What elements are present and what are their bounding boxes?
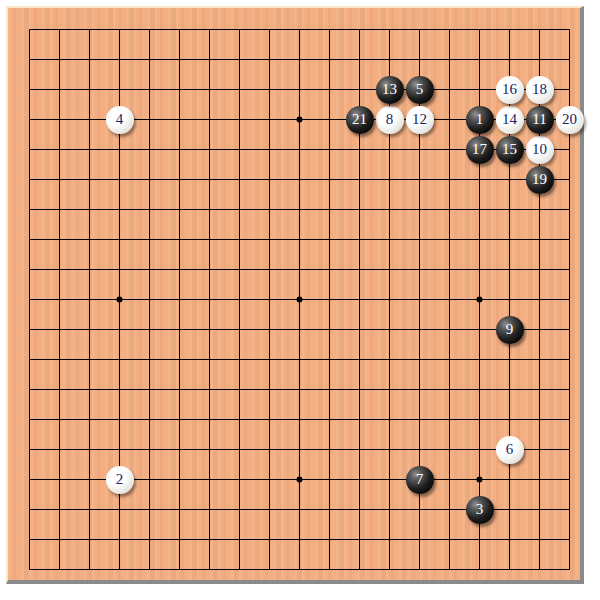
move-number: 21 xyxy=(352,112,367,127)
move-number: 5 xyxy=(416,82,424,97)
stone-20-white-T16[interactable]: 20 xyxy=(556,106,584,134)
stone-1-black-Q16[interactable]: 1 xyxy=(466,106,494,134)
move-number: 9 xyxy=(506,322,514,337)
move-number: 12 xyxy=(412,112,427,127)
stone-18-white-S17[interactable]: 18 xyxy=(526,76,554,104)
stone-9-black-R9[interactable]: 9 xyxy=(496,316,524,344)
stone-11-black-S16[interactable]: 11 xyxy=(526,106,554,134)
stone-17-black-Q15[interactable]: 17 xyxy=(466,136,494,164)
move-number: 13 xyxy=(382,82,397,97)
stone-10-white-S15[interactable]: 10 xyxy=(526,136,554,164)
move-number: 19 xyxy=(532,172,547,187)
stone-8-white-N16[interactable]: 8 xyxy=(376,106,404,134)
stone-3-black-Q3[interactable]: 3 xyxy=(466,496,494,524)
stone-16-white-R17[interactable]: 16 xyxy=(496,76,524,104)
move-number: 7 xyxy=(416,472,424,487)
move-number: 17 xyxy=(472,142,487,157)
move-number: 8 xyxy=(386,112,394,127)
go-board[interactable]: 123456789101112131415161718192021 xyxy=(6,6,584,584)
move-number: 2 xyxy=(116,472,124,487)
stone-21-black-M16[interactable]: 21 xyxy=(346,106,374,134)
move-number: 15 xyxy=(502,142,517,157)
move-number: 11 xyxy=(532,112,546,127)
move-number: 6 xyxy=(506,442,514,457)
stones-layer: 123456789101112131415161718192021 xyxy=(15,15,585,585)
stone-14-white-R16[interactable]: 14 xyxy=(496,106,524,134)
stone-6-white-R5[interactable]: 6 xyxy=(496,436,524,464)
stone-15-black-R15[interactable]: 15 xyxy=(496,136,524,164)
stone-5-black-O17[interactable]: 5 xyxy=(406,76,434,104)
stone-13-black-N17[interactable]: 13 xyxy=(376,76,404,104)
move-number: 16 xyxy=(502,82,517,97)
move-number: 3 xyxy=(476,502,484,517)
stone-4-white-D16[interactable]: 4 xyxy=(106,106,134,134)
move-number: 20 xyxy=(562,112,577,127)
move-number: 18 xyxy=(532,82,547,97)
move-number: 4 xyxy=(116,112,124,127)
stone-12-white-O16[interactable]: 12 xyxy=(406,106,434,134)
stone-19-black-S14[interactable]: 19 xyxy=(526,166,554,194)
move-number: 14 xyxy=(502,112,517,127)
move-number: 10 xyxy=(532,142,547,157)
stone-7-black-O4[interactable]: 7 xyxy=(406,466,434,494)
move-number: 1 xyxy=(476,112,484,127)
stone-2-white-D4[interactable]: 2 xyxy=(106,466,134,494)
